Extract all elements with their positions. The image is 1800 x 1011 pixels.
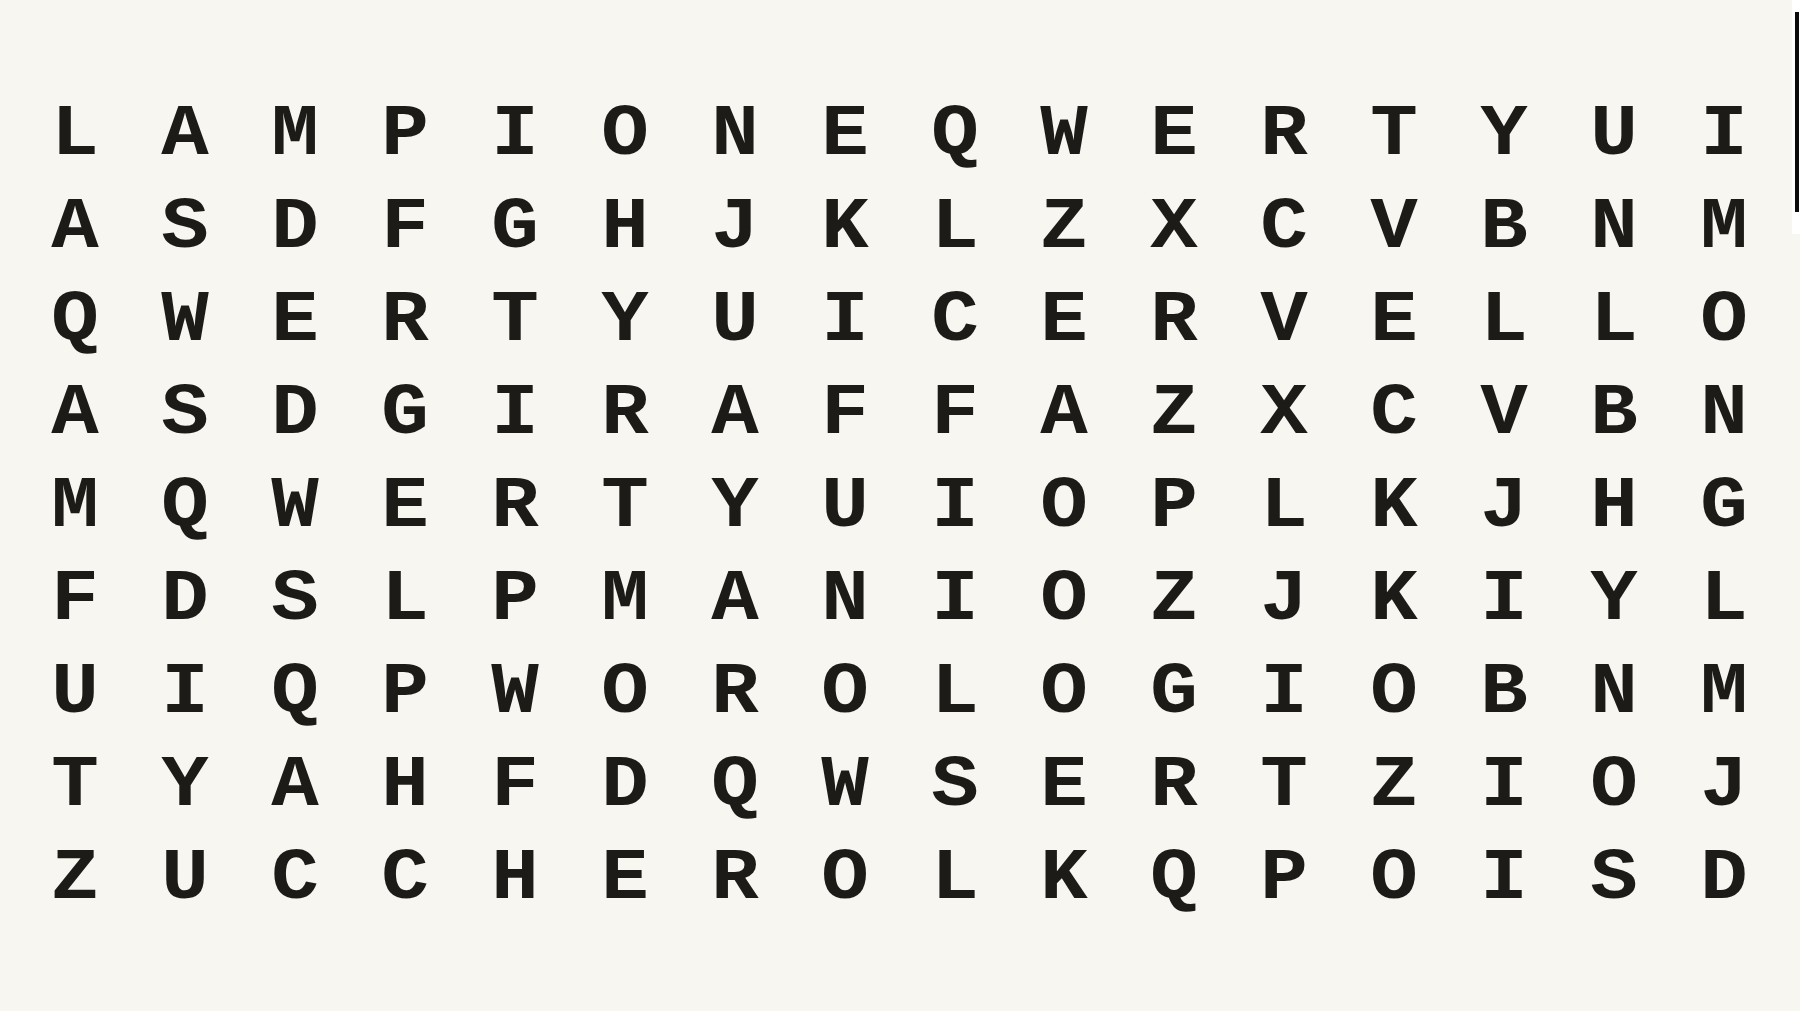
grid-cell[interactable]: W xyxy=(124,274,245,367)
grid-cell[interactable]: I xyxy=(1444,739,1565,832)
grid-cell[interactable]: T xyxy=(454,274,575,367)
grid-cell[interactable]: L xyxy=(1664,553,1785,646)
grid-cell[interactable]: E xyxy=(1004,739,1125,832)
grid-cell[interactable]: H xyxy=(1554,460,1675,553)
grid-cell[interactable]: O xyxy=(1334,646,1455,739)
grid-cell[interactable]: C xyxy=(234,832,355,925)
grid-cell[interactable]: R xyxy=(674,646,795,739)
grid-cell[interactable]: T xyxy=(1334,88,1455,181)
grid-cell[interactable]: U xyxy=(124,832,245,925)
grid-cell[interactable]: D xyxy=(234,367,355,460)
grid-cell[interactable]: A xyxy=(15,367,136,460)
grid-cell[interactable]: I xyxy=(784,274,905,367)
grid-cell[interactable]: E xyxy=(234,274,355,367)
grid-cell[interactable]: A xyxy=(1004,367,1125,460)
grid-cell[interactable]: T xyxy=(564,460,685,553)
grid-cell[interactable]: A xyxy=(124,88,245,181)
grid-cell[interactable]: H xyxy=(344,739,465,832)
grid-cell[interactable]: R xyxy=(344,274,465,367)
grid-cell[interactable]: L xyxy=(1224,460,1345,553)
grid-cell[interactable]: H xyxy=(454,832,575,925)
grid-cell[interactable]: U xyxy=(784,460,905,553)
grid-cell[interactable]: A xyxy=(674,553,795,646)
grid-cell[interactable]: O xyxy=(1004,646,1125,739)
grid-cell[interactable]: L xyxy=(894,832,1015,925)
grid-cell[interactable]: E xyxy=(1004,274,1125,367)
grid-cell[interactable]: S xyxy=(124,181,245,274)
grid-cell[interactable]: V xyxy=(1334,181,1455,274)
grid-cell[interactable]: C xyxy=(894,274,1015,367)
grid-cell[interactable]: O xyxy=(1664,274,1785,367)
grid-cell[interactable]: Y xyxy=(1444,88,1565,181)
grid-cell[interactable]: P xyxy=(1114,460,1235,553)
grid-cell[interactable]: Z xyxy=(1114,367,1235,460)
grid-cell[interactable]: N xyxy=(1554,646,1675,739)
window-edge-bar xyxy=(1795,12,1799,212)
grid-cell[interactable]: M xyxy=(234,88,355,181)
grid-cell[interactable]: L xyxy=(894,181,1015,274)
grid-cell[interactable]: C xyxy=(1224,181,1345,274)
grid-cell[interactable]: G xyxy=(344,367,465,460)
grid-cell[interactable]: F xyxy=(344,181,465,274)
grid-cell[interactable]: W xyxy=(234,460,355,553)
grid-cell[interactable]: Y xyxy=(124,739,245,832)
grid-cell[interactable]: I xyxy=(454,367,575,460)
grid-cell[interactable]: L xyxy=(15,88,136,181)
grid-cell[interactable]: L xyxy=(1444,274,1565,367)
grid-cell[interactable]: M xyxy=(15,460,136,553)
grid-cell[interactable]: T xyxy=(1224,739,1345,832)
grid-cell[interactable]: S xyxy=(1554,832,1675,925)
grid-cell[interactable]: O xyxy=(784,646,905,739)
grid-cell[interactable]: A xyxy=(15,181,136,274)
grid-cell[interactable]: J xyxy=(1224,553,1345,646)
grid-cell[interactable]: G xyxy=(1114,646,1235,739)
grid-cell[interactable]: J xyxy=(674,181,795,274)
grid-cell[interactable]: R xyxy=(1114,274,1235,367)
grid-cell[interactable]: Q xyxy=(124,460,245,553)
grid-cell[interactable]: U xyxy=(674,274,795,367)
grid-cell[interactable]: D xyxy=(1664,832,1785,925)
grid-cell[interactable]: X xyxy=(1224,367,1345,460)
grid-cell[interactable]: Z xyxy=(15,832,136,925)
grid-cell[interactable]: Q xyxy=(674,739,795,832)
grid-cell[interactable]: Q xyxy=(15,274,136,367)
grid-cell[interactable]: O xyxy=(564,646,685,739)
grid-cell[interactable]: Q xyxy=(234,646,355,739)
grid-cell[interactable]: B xyxy=(1444,646,1565,739)
grid-cell[interactable]: L xyxy=(344,553,465,646)
grid-cell[interactable]: D xyxy=(234,181,355,274)
grid-cell[interactable]: E xyxy=(1114,88,1235,181)
grid-cell[interactable]: L xyxy=(894,646,1015,739)
grid-cell[interactable]: P xyxy=(344,88,465,181)
grid-cell[interactable]: R xyxy=(674,832,795,925)
grid-cell[interactable]: F xyxy=(784,367,905,460)
grid-cell[interactable]: V xyxy=(1224,274,1345,367)
grid-cell[interactable]: O xyxy=(784,832,905,925)
grid-cell[interactable]: Q xyxy=(1114,832,1235,925)
grid-cell[interactable]: R xyxy=(564,367,685,460)
grid-cell[interactable]: F xyxy=(894,367,1015,460)
grid-cell[interactable]: B xyxy=(1554,367,1675,460)
grid-cell[interactable]: E xyxy=(784,88,905,181)
grid-cell[interactable]: O xyxy=(1004,460,1125,553)
grid-cell[interactable]: A xyxy=(674,367,795,460)
grid-cell[interactable]: D xyxy=(124,553,245,646)
grid-cell[interactable]: W xyxy=(784,739,905,832)
grid-cell[interactable]: Y xyxy=(564,274,685,367)
grid-cell[interactable]: I xyxy=(1224,646,1345,739)
grid-cell[interactable]: R xyxy=(454,460,575,553)
grid-cell[interactable]: R xyxy=(1114,739,1235,832)
word-search-grid: LAMPIONEQWERTYUIASDFGHJKLZXCVBNMQWERTYUI… xyxy=(20,88,1779,925)
grid-cell[interactable]: W xyxy=(454,646,575,739)
grid-cell[interactable]: N xyxy=(784,553,905,646)
grid-cell[interactable]: U xyxy=(15,646,136,739)
grid-cell[interactable]: J xyxy=(1444,460,1565,553)
grid-cell[interactable]: I xyxy=(1444,832,1565,925)
grid-cell[interactable]: U xyxy=(1554,88,1675,181)
grid-cell[interactable]: D xyxy=(564,739,685,832)
grid-cell[interactable]: Q xyxy=(894,88,1015,181)
grid-cell[interactable]: O xyxy=(1004,553,1125,646)
grid-cell[interactable]: N xyxy=(674,88,795,181)
grid-cell[interactable]: K xyxy=(1004,832,1125,925)
grid-cell[interactable]: N xyxy=(1664,367,1785,460)
grid-cell[interactable]: I xyxy=(124,646,245,739)
grid-cell[interactable]: A xyxy=(234,739,355,832)
grid-cell[interactable]: E xyxy=(564,832,685,925)
grid-cell[interactable]: M xyxy=(564,553,685,646)
grid-cell[interactable]: Z xyxy=(1114,553,1235,646)
grid-cell[interactable]: F xyxy=(454,739,575,832)
grid-cell[interactable]: M xyxy=(1664,181,1785,274)
grid-cell[interactable]: K xyxy=(1334,460,1455,553)
grid-cell[interactable]: S xyxy=(124,367,245,460)
grid-cell[interactable]: C xyxy=(344,832,465,925)
grid-cell[interactable]: C xyxy=(1334,367,1455,460)
grid-cell[interactable]: P xyxy=(454,553,575,646)
grid-cell[interactable]: J xyxy=(1664,739,1785,832)
grid-cell[interactable]: H xyxy=(564,181,685,274)
grid-cell[interactable]: T xyxy=(15,739,136,832)
grid-cell[interactable]: Y xyxy=(674,460,795,553)
grid-cell[interactable]: O xyxy=(1334,832,1455,925)
grid-cell[interactable]: V xyxy=(1444,367,1565,460)
grid-cell[interactable]: I xyxy=(1664,88,1785,181)
grid-cell[interactable]: Y xyxy=(1554,553,1675,646)
grid-cell[interactable]: O xyxy=(564,88,685,181)
grid-cell[interactable]: I xyxy=(454,88,575,181)
grid-cell[interactable]: M xyxy=(1664,646,1785,739)
grid-cell[interactable]: K xyxy=(784,181,905,274)
grid-cell[interactable]: W xyxy=(1004,88,1125,181)
grid-cell[interactable]: E xyxy=(344,460,465,553)
grid-cell[interactable]: S xyxy=(234,553,355,646)
grid-cell[interactable]: Z xyxy=(1334,739,1455,832)
grid-cell[interactable]: F xyxy=(15,553,136,646)
grid-cell[interactable]: Z xyxy=(1004,181,1125,274)
grid-cell[interactable]: S xyxy=(894,739,1015,832)
grid-cell[interactable]: R xyxy=(1224,88,1345,181)
grid-cell[interactable]: O xyxy=(1554,739,1675,832)
grid-cell[interactable]: I xyxy=(894,553,1015,646)
grid-cell[interactable]: L xyxy=(1554,274,1675,367)
grid-cell[interactable]: P xyxy=(344,646,465,739)
grid-cell[interactable]: I xyxy=(1444,553,1565,646)
grid-cell[interactable]: E xyxy=(1334,274,1455,367)
grid-cell[interactable]: N xyxy=(1554,181,1675,274)
grid-cell[interactable]: B xyxy=(1444,181,1565,274)
grid-cell[interactable]: P xyxy=(1224,832,1345,925)
grid-cell[interactable]: K xyxy=(1334,553,1455,646)
grid-cell[interactable]: G xyxy=(1664,460,1785,553)
grid-cell[interactable]: X xyxy=(1114,181,1235,274)
grid-cell[interactable]: I xyxy=(894,460,1015,553)
grid-cell[interactable]: G xyxy=(454,181,575,274)
